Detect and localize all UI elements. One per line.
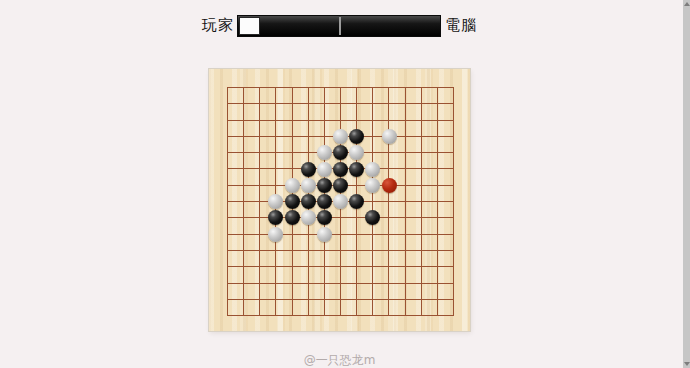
stone-black — [317, 194, 332, 209]
stone-white — [317, 227, 332, 242]
watermark-caption: @一只恐龙m — [209, 352, 470, 368]
stone-black — [301, 194, 316, 209]
stone-black — [317, 178, 332, 193]
scrollbar[interactable] — [683, 0, 690, 368]
stone-black — [333, 162, 348, 177]
gomoku-board — [209, 69, 470, 331]
stone-black — [268, 210, 283, 225]
stone-black — [333, 178, 348, 193]
stone-white — [301, 210, 316, 225]
stone-white — [365, 178, 380, 193]
stone-white — [382, 129, 397, 144]
stone-white — [365, 162, 380, 177]
stone-white — [333, 129, 348, 144]
stone-white — [349, 145, 364, 160]
stone-white — [317, 162, 332, 177]
stone-black — [285, 210, 300, 225]
stone-white — [268, 227, 283, 242]
player-label: 玩家 — [202, 16, 234, 35]
stone-black — [349, 162, 364, 177]
stone-black — [349, 194, 364, 209]
stone-white — [301, 178, 316, 193]
scroll-down-icon[interactable] — [684, 362, 690, 366]
stone-black — [365, 210, 380, 225]
stone-white — [317, 145, 332, 160]
computer-label: 電腦 — [445, 16, 477, 35]
eval-center-tick — [339, 17, 341, 35]
scroll-up-icon[interactable] — [684, 2, 690, 6]
stone-black — [317, 210, 332, 225]
stone-black — [285, 194, 300, 209]
board-grid[interactable] — [227, 87, 454, 316]
stone-white — [285, 178, 300, 193]
stone-black — [349, 129, 364, 144]
stone-white — [333, 194, 348, 209]
stone-black — [301, 162, 316, 177]
eval-bar — [237, 15, 441, 37]
stone-white — [268, 194, 283, 209]
stone-black — [333, 145, 348, 160]
eval-slider-handle[interactable] — [239, 17, 260, 35]
stone-red — [382, 178, 397, 193]
